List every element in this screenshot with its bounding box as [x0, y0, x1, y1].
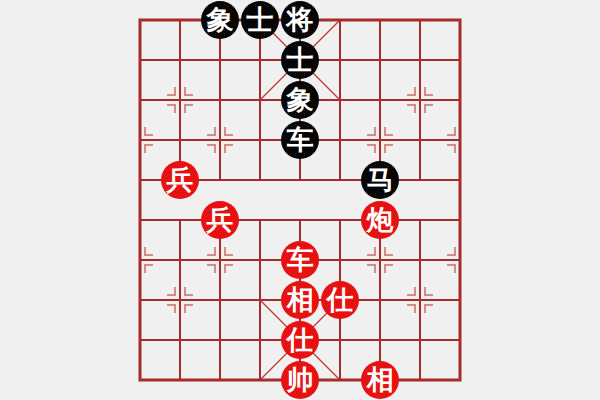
piece-red-general[interactable]: 帅: [281, 361, 319, 399]
piece-black-elephant[interactable]: 象: [281, 81, 319, 119]
piece-black-advisor[interactable]: 士: [281, 41, 319, 79]
piece-red-soldier[interactable]: 兵: [201, 201, 239, 239]
piece-red-elephant[interactable]: 相: [281, 281, 319, 319]
xiangqi-app: 象士将士象车兵马兵炮车相仕仕帅相: [0, 0, 600, 400]
piece-black-elephant[interactable]: 象: [201, 1, 239, 39]
piece-black-horse[interactable]: 马: [361, 161, 399, 199]
piece-red-soldier[interactable]: 兵: [161, 161, 199, 199]
piece-red-advisor[interactable]: 仕: [281, 321, 319, 359]
piece-black-general[interactable]: 将: [281, 1, 319, 39]
piece-red-cannon[interactable]: 炮: [361, 201, 399, 239]
piece-red-chariot[interactable]: 车: [281, 241, 319, 279]
piece-black-advisor[interactable]: 士: [241, 1, 279, 39]
piece-red-elephant[interactable]: 相: [361, 361, 399, 399]
piece-red-advisor[interactable]: 仕: [321, 281, 359, 319]
xiangqi-board[interactable]: 象士将士象车兵马兵炮车相仕仕帅相: [120, 0, 480, 400]
piece-black-chariot[interactable]: 车: [281, 121, 319, 159]
